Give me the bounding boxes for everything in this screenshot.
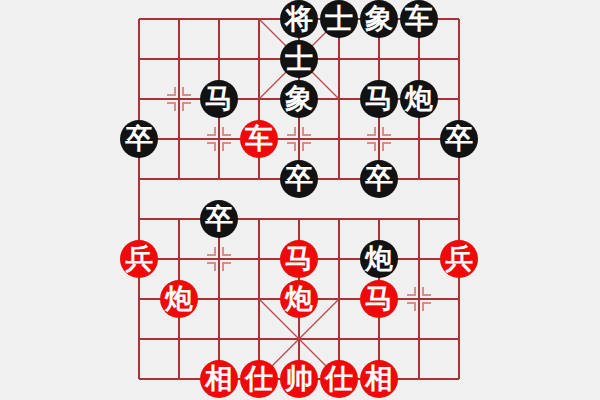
piece-black-cannon[interactable]: 炮 [360,240,398,278]
piece-red-soldier[interactable]: 兵 [440,240,478,278]
piece-black-soldier[interactable]: 卒 [120,120,158,158]
piece-black-cannon[interactable]: 炮 [400,80,438,118]
piece-black-horse[interactable]: 马 [200,80,238,118]
piece-red-advisor[interactable]: 仕 [240,360,278,398]
piece-black-soldier[interactable]: 卒 [200,200,238,238]
pieces-layer: 将士象车士马象马炮卒车卒卒卒卒兵马炮兵炮炮马相仕帅仕相 [119,0,479,399]
piece-red-chariot[interactable]: 车 [240,120,278,158]
piece-red-horse[interactable]: 马 [360,280,398,318]
piece-black-general[interactable]: 将 [280,0,318,38]
piece-red-horse[interactable]: 马 [280,240,318,278]
piece-red-advisor[interactable]: 仕 [320,360,358,398]
piece-black-elephant[interactable]: 象 [360,0,398,38]
piece-red-cannon[interactable]: 炮 [160,280,198,318]
piece-black-advisor[interactable]: 士 [280,40,318,78]
piece-red-elephant[interactable]: 相 [360,360,398,398]
piece-black-soldier[interactable]: 卒 [440,120,478,158]
piece-red-soldier[interactable]: 兵 [120,240,158,278]
piece-red-cannon[interactable]: 炮 [280,280,318,318]
piece-black-soldier[interactable]: 卒 [360,160,398,198]
piece-black-advisor[interactable]: 士 [320,0,358,38]
piece-red-general[interactable]: 帅 [280,360,318,398]
piece-black-elephant[interactable]: 象 [280,80,318,118]
piece-black-soldier[interactable]: 卒 [280,160,318,198]
piece-black-chariot[interactable]: 车 [400,0,438,38]
xiangqi-board: 将士象车士马象马炮卒车卒卒卒卒兵马炮兵炮炮马相仕帅仕相 [0,0,600,400]
piece-black-horse[interactable]: 马 [360,80,398,118]
piece-red-elephant[interactable]: 相 [200,360,238,398]
